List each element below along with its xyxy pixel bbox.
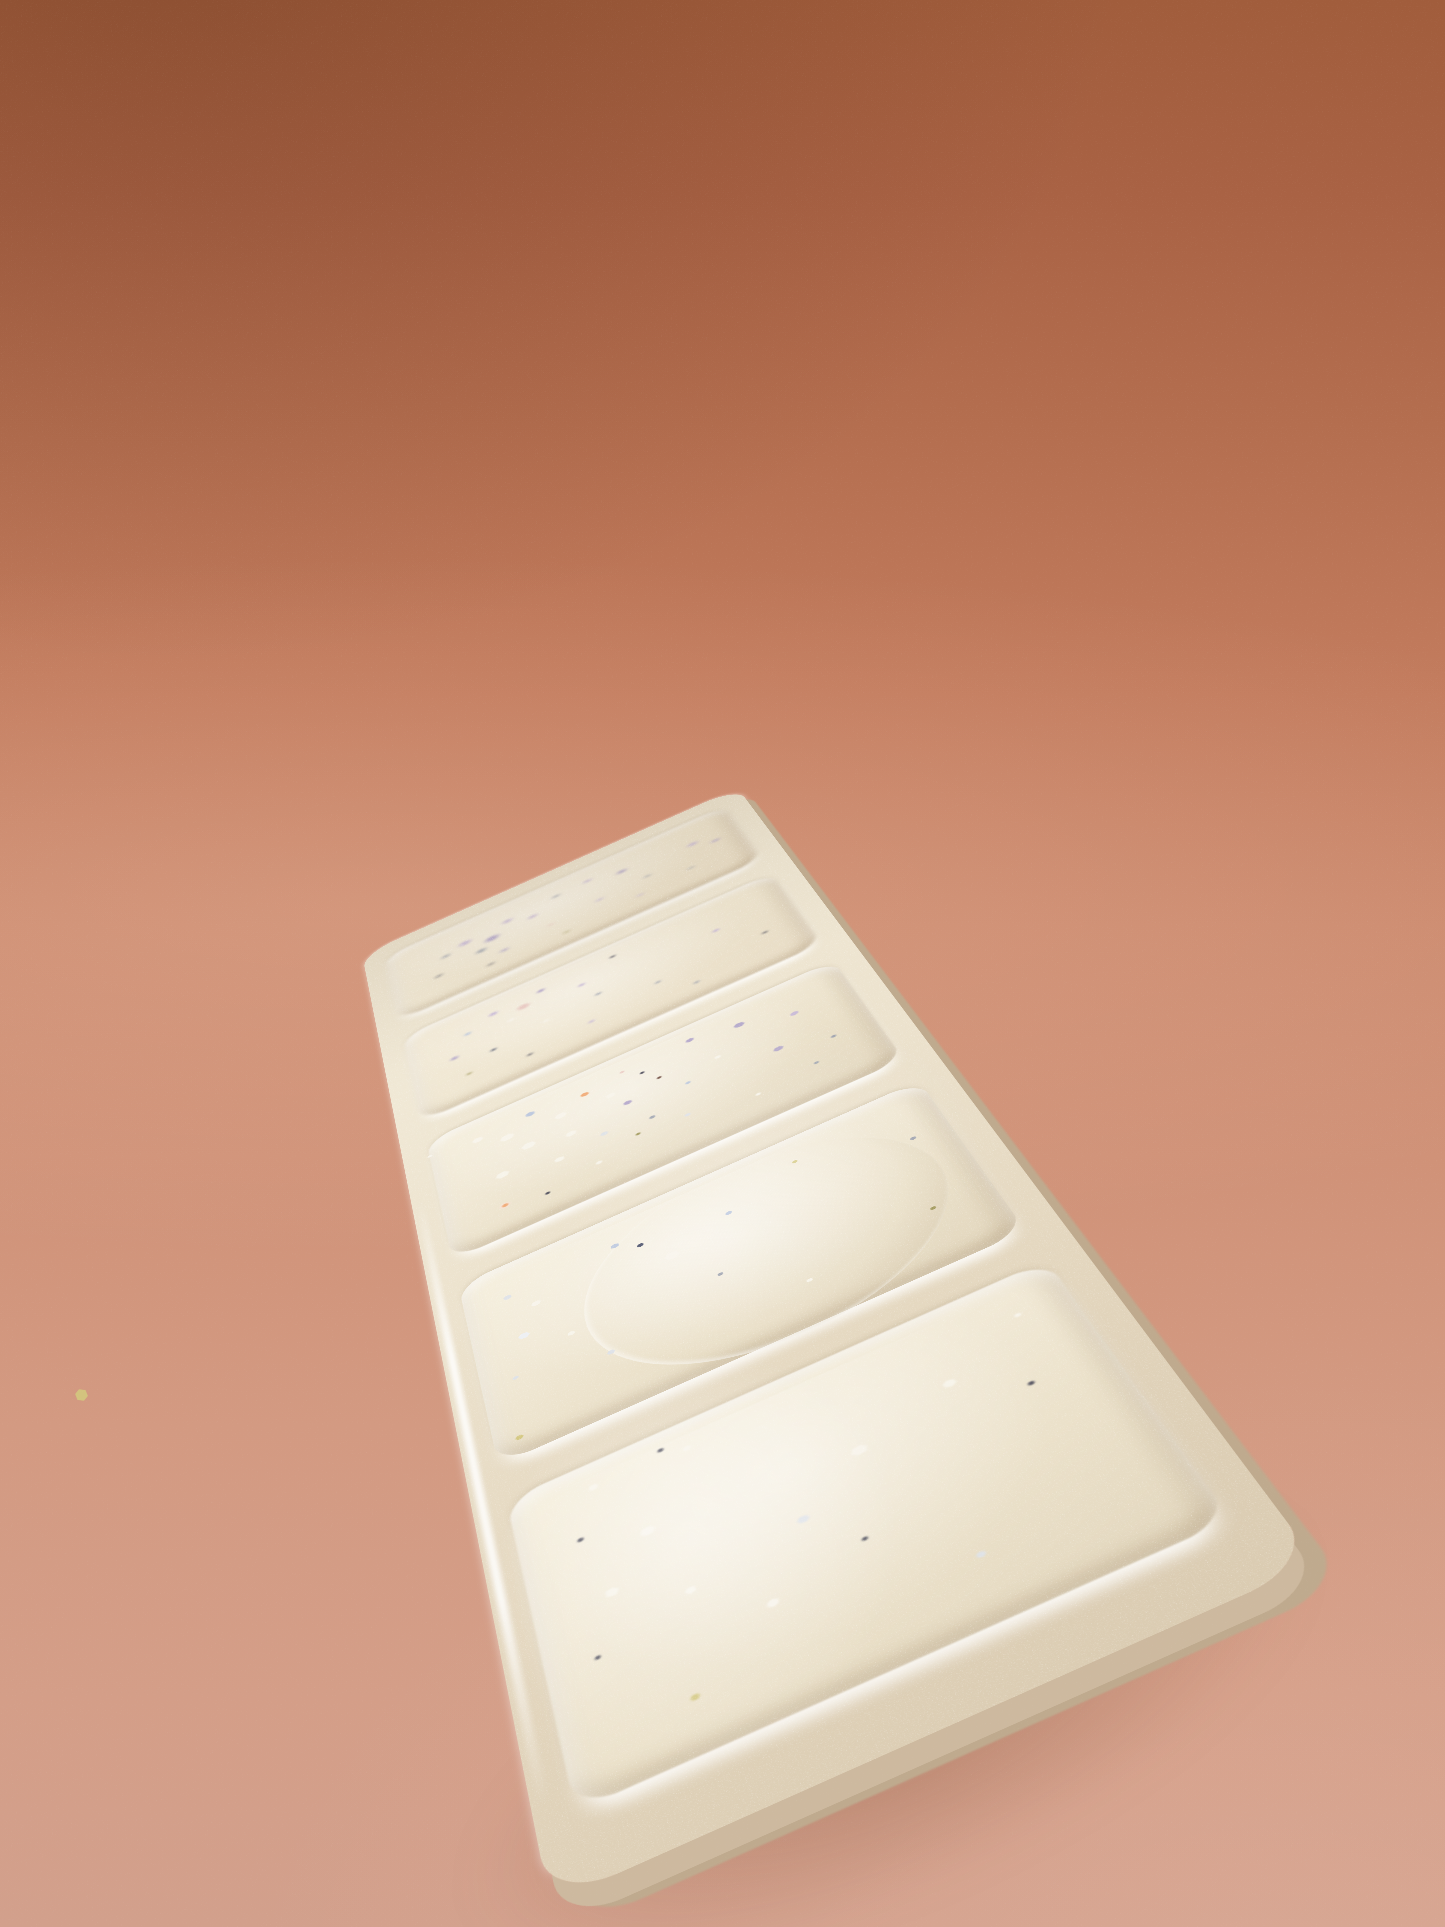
glitter-speck [442, 954, 449, 959]
glitter-speck [529, 914, 537, 920]
glitter-speck [500, 947, 510, 952]
glitter-speck [491, 1048, 496, 1052]
glitter-speck [494, 1169, 511, 1180]
glitter-speck [684, 1112, 691, 1117]
glitter-speck [649, 1115, 656, 1120]
glitter-speck [622, 1099, 633, 1106]
glitter-speck [596, 897, 603, 901]
glitter-speck [488, 1010, 498, 1017]
glitter-speck [74, 1389, 89, 1403]
glitter-speck [580, 1091, 590, 1098]
glitter-speck [498, 1132, 515, 1144]
glitter-speck [644, 874, 650, 878]
glitter-speck [712, 928, 719, 933]
glitter-speck [594, 1655, 601, 1661]
glitter-speck [472, 1136, 484, 1145]
glitter-speck [589, 1019, 595, 1023]
glitter-speck [796, 1514, 810, 1525]
glitter-speck [524, 1111, 537, 1118]
glitter-speck [814, 1061, 820, 1065]
glitter-speck [635, 1132, 640, 1136]
glitter-speck [687, 841, 699, 847]
glitter-speck [554, 1111, 568, 1121]
glitter-speck [578, 983, 585, 988]
glitter-speck [688, 866, 693, 869]
glitter-speck [604, 1585, 619, 1598]
glitter-speck [528, 1053, 533, 1056]
glitter-speck [489, 962, 494, 965]
glitter-speck [684, 1037, 696, 1043]
glitter-speck [1027, 1380, 1035, 1386]
glitter-speck [464, 1031, 471, 1036]
glitter-speck [733, 1021, 745, 1030]
glitter-speck [755, 1092, 762, 1097]
glitter-speck [637, 893, 643, 897]
glitter-speck [975, 1550, 986, 1559]
glitter-speck [604, 1092, 617, 1100]
glitter-speck [685, 1081, 691, 1085]
glitter-speck [714, 1054, 721, 1059]
glitter-speck [657, 1448, 664, 1454]
glitter-speck [536, 988, 546, 994]
glitter-speck [499, 1200, 512, 1210]
glitter-speck [763, 931, 768, 934]
glitter-speck [830, 1034, 836, 1038]
glitter-speck [511, 1375, 520, 1381]
glitter-speck [595, 1160, 604, 1165]
glitter-speck [518, 1330, 530, 1340]
glitter-speck [655, 980, 661, 984]
glitter-speck [619, 1070, 624, 1074]
glitter-speck [637, 1524, 657, 1539]
glitter-speck [548, 923, 553, 927]
glitter-speck [848, 1442, 871, 1458]
glitter-speck [694, 980, 700, 984]
glitter-speck [484, 933, 501, 943]
glitter-speck [553, 894, 559, 898]
glitter-speck [617, 868, 627, 875]
glitter-speck [545, 1191, 550, 1195]
glitter-speck [712, 838, 720, 843]
glitter-speck [458, 939, 471, 948]
glitter-speck [554, 1155, 566, 1163]
glitter-speck [542, 1018, 550, 1023]
glitter-speck [508, 1017, 515, 1023]
glitter-speck [566, 1330, 576, 1336]
glitter-speck [764, 1597, 782, 1610]
glitter-speck [595, 992, 601, 996]
glitter-speck [516, 1002, 531, 1012]
glitter-speck [610, 955, 615, 959]
glitter-speck [530, 1299, 543, 1308]
glitter-speck [583, 878, 591, 883]
glitter-speck [788, 1010, 800, 1016]
glitter-speck [467, 1072, 472, 1075]
glitter-speck [449, 1055, 459, 1061]
glitter-speck [436, 974, 441, 978]
glitter-speck [689, 1692, 701, 1702]
glitter-speck [564, 1129, 579, 1138]
glitter-speck [502, 1294, 513, 1301]
glitter-speck [502, 918, 513, 924]
glitter-speck [657, 1076, 662, 1080]
glitter-speck [682, 1584, 697, 1595]
glitter-speck [942, 1378, 956, 1389]
glitter-speck [1013, 1312, 1023, 1319]
photo-stage [0, 0, 1445, 1927]
glitter-speck [577, 1537, 584, 1543]
glitter-speck [600, 1130, 609, 1137]
glitter-speck [772, 1045, 785, 1053]
glitter-speck [588, 1482, 600, 1492]
glitter-speck [682, 1445, 692, 1452]
glitter-speck [861, 1536, 868, 1542]
glitter-speck [910, 1136, 917, 1141]
glitter-speck [521, 1140, 536, 1152]
glitter-speck [564, 931, 568, 934]
glitter-speck [476, 948, 485, 955]
glitter-speck [640, 1071, 645, 1075]
